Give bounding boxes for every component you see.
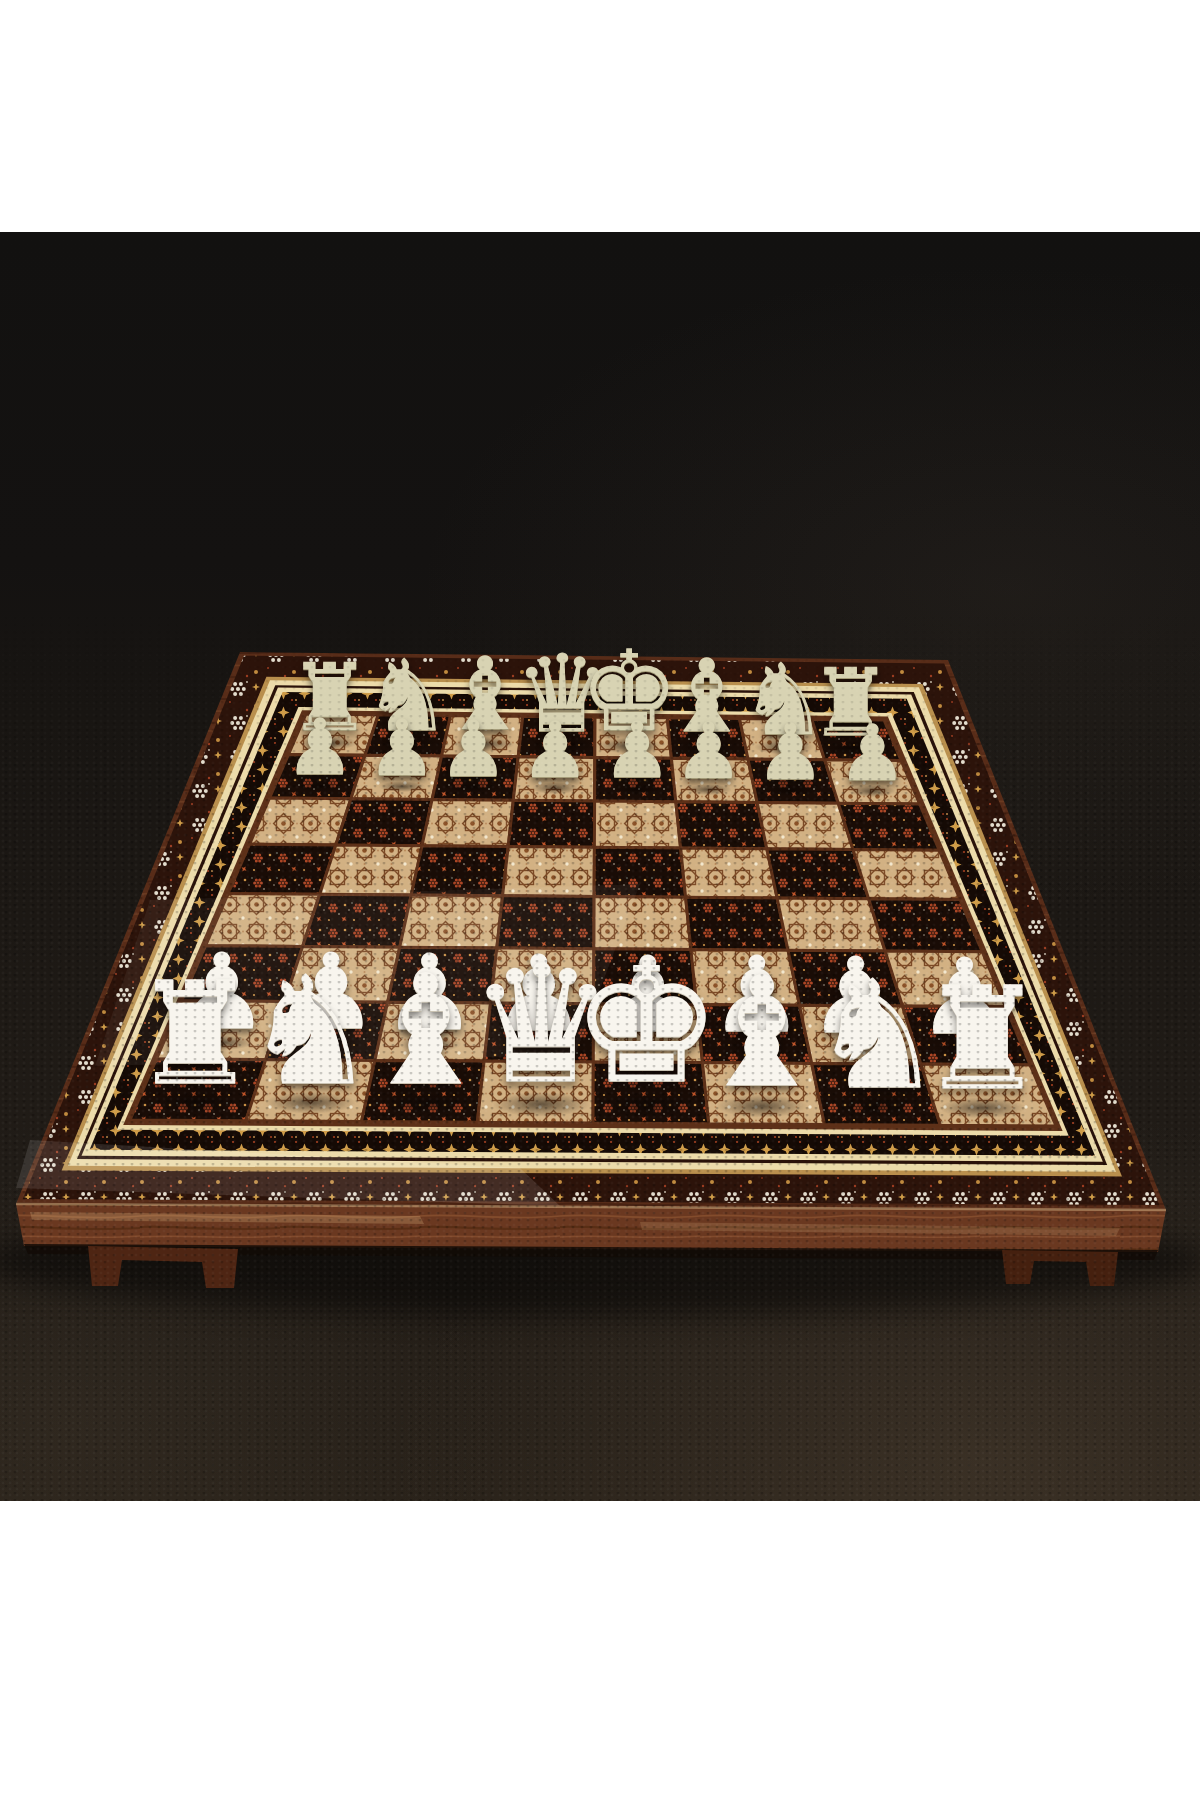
piece-green-pawn-d7[interactable]: ♟	[520, 712, 590, 790]
piece-green-pawn-h7[interactable]: ♟	[837, 715, 907, 793]
square-b6[interactable]	[336, 799, 432, 846]
square-b5[interactable]	[320, 845, 422, 895]
piece-green-pawn-a7[interactable]: ♟	[285, 710, 355, 788]
piece-white-rook-a1[interactable]: ♜	[131, 963, 258, 1105]
piece-green-pawn-e7[interactable]: ♟	[602, 713, 672, 791]
square-g6[interactable]	[757, 802, 853, 849]
square-c5[interactable]	[411, 846, 508, 896]
square-g5[interactable]	[767, 849, 869, 899]
square-f6[interactable]	[676, 802, 767, 849]
photo-backdrop: ♜♞♝♛♚♝♞♜♟♟♟♟♟♟♟♟♟♟♟♟♟♟♟♟♜♞♝♛♚♝♞♜	[0, 232, 1200, 1501]
square-c6[interactable]	[422, 799, 513, 846]
piece-green-pawn-g7[interactable]: ♟	[756, 714, 826, 792]
piece-green-pawn-f7[interactable]: ♟	[674, 713, 744, 791]
square-f5[interactable]	[681, 848, 778, 898]
piece-white-rook-h1[interactable]: ♜	[919, 968, 1046, 1110]
square-d6[interactable]	[508, 800, 594, 847]
piece-green-pawn-c7[interactable]: ♟	[438, 711, 508, 789]
chessboard	[0, 232, 1200, 1501]
square-e6[interactable]	[594, 801, 680, 848]
piece-green-pawn-b7[interactable]: ♟	[367, 710, 437, 788]
